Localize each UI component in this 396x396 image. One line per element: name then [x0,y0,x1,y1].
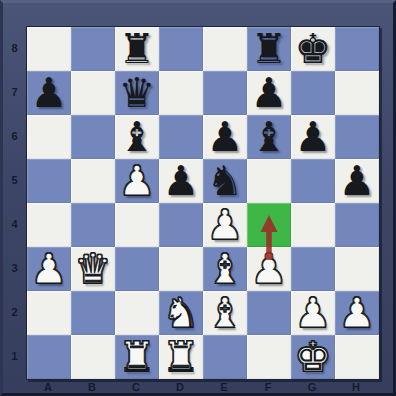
square-f8[interactable]: ♜ [247,27,291,71]
square-a3[interactable]: ♟ [27,247,71,291]
square-h4[interactable] [335,203,379,247]
square-h6[interactable] [335,115,379,159]
square-g2[interactable]: ♟ [291,291,335,335]
rank-label-3: 3 [3,246,26,290]
white-bishop-e2[interactable]: ♝ [207,293,244,334]
white-pawn-c5[interactable]: ♟ [119,161,156,202]
square-h5[interactable]: ♟ [335,159,379,203]
square-c7[interactable]: ♛ [115,71,159,115]
black-bishop-c6[interactable]: ♝ [119,117,156,158]
square-c8[interactable]: ♜ [115,27,159,71]
black-rook-c8[interactable]: ♜ [119,29,156,70]
rank-label-1: 1 [3,334,26,378]
square-e6[interactable]: ♟ [203,115,247,159]
square-f6[interactable]: ♝ [247,115,291,159]
rank-label-5: 5 [3,158,26,202]
white-king-g1[interactable]: ♚ [295,337,332,378]
square-a2[interactable] [27,291,71,335]
square-g5[interactable] [291,159,335,203]
rank-label-7: 7 [3,70,26,114]
square-h7[interactable] [335,71,379,115]
square-b2[interactable] [71,291,115,335]
square-h3[interactable] [335,247,379,291]
white-knight-d2[interactable]: ♞ [163,293,200,334]
square-a6[interactable] [27,115,71,159]
square-a8[interactable] [27,27,71,71]
black-pawn-h5[interactable]: ♟ [339,161,376,202]
square-h1[interactable] [335,335,379,379]
square-c3[interactable] [115,247,159,291]
black-pawn-d5[interactable]: ♟ [163,161,200,202]
square-a1[interactable] [27,335,71,379]
square-c6[interactable]: ♝ [115,115,159,159]
square-f1[interactable] [247,335,291,379]
rank-label-2: 2 [3,290,26,334]
white-rook-d1[interactable]: ♜ [163,337,200,378]
square-g4[interactable] [291,203,335,247]
square-e8[interactable] [203,27,247,71]
white-bishop-e3[interactable]: ♝ [207,249,244,290]
square-c4[interactable] [115,203,159,247]
square-g8[interactable]: ♚ [291,27,335,71]
white-pawn-g2[interactable]: ♟ [295,293,332,334]
black-pawn-f7[interactable]: ♟ [251,73,288,114]
square-d6[interactable] [159,115,203,159]
square-d5[interactable]: ♟ [159,159,203,203]
black-pawn-g6[interactable]: ♟ [295,117,332,158]
black-knight-e5[interactable]: ♞ [207,161,244,202]
white-queen-b3[interactable]: ♛ [75,249,112,290]
square-b4[interactable] [71,203,115,247]
rank-label-8: 8 [3,26,26,70]
black-king-g8[interactable]: ♚ [295,29,332,70]
square-e1[interactable] [203,335,247,379]
square-c2[interactable] [115,291,159,335]
square-f5[interactable] [247,159,291,203]
square-b8[interactable] [71,27,115,71]
square-b1[interactable] [71,335,115,379]
square-g1[interactable]: ♚ [291,335,335,379]
square-d4[interactable] [159,203,203,247]
square-f3[interactable]: ♟ [247,247,291,291]
square-a5[interactable] [27,159,71,203]
square-d1[interactable]: ♜ [159,335,203,379]
square-e3[interactable]: ♝ [203,247,247,291]
square-h8[interactable] [335,27,379,71]
square-b5[interactable] [71,159,115,203]
square-e5[interactable]: ♞ [203,159,247,203]
square-b3[interactable]: ♛ [71,247,115,291]
square-b7[interactable] [71,71,115,115]
rank-label-6: 6 [3,114,26,158]
rank-labels: 87654321 [3,26,26,378]
square-a7[interactable]: ♟ [27,71,71,115]
white-pawn-a3[interactable]: ♟ [31,249,68,290]
square-e4[interactable]: ♟ [203,203,247,247]
black-pawn-a7[interactable]: ♟ [31,73,68,114]
square-c5[interactable]: ♟ [115,159,159,203]
square-g6[interactable]: ♟ [291,115,335,159]
square-f4[interactable] [247,203,291,247]
square-d3[interactable] [159,247,203,291]
square-d2[interactable]: ♞ [159,291,203,335]
square-f2[interactable] [247,291,291,335]
square-d8[interactable] [159,27,203,71]
square-d7[interactable] [159,71,203,115]
square-h2[interactable]: ♟ [335,291,379,335]
white-pawn-h2[interactable]: ♟ [339,293,376,334]
square-e7[interactable] [203,71,247,115]
chess-board: ♜♜♚♟♛♟♝♟♝♟♟♟♞♟♟♟♛♝♟♞♝♟♟♜♜♚ [26,26,380,380]
chess-board-frame: 87654321 ABCDEFGH ♜♜♚♟♛♟♝♟♝♟♟♟♞♟♟♟♛♝♟♞♝♟… [0,0,396,396]
square-f7[interactable]: ♟ [247,71,291,115]
black-bishop-f6[interactable]: ♝ [251,117,288,158]
rank-label-4: 4 [3,202,26,246]
black-rook-f8[interactable]: ♜ [251,29,288,70]
square-g3[interactable] [291,247,335,291]
square-b6[interactable] [71,115,115,159]
square-c1[interactable]: ♜ [115,335,159,379]
black-pawn-e6[interactable]: ♟ [207,117,244,158]
white-rook-c1[interactable]: ♜ [119,337,156,378]
white-pawn-f3[interactable]: ♟ [251,249,288,290]
white-pawn-e4[interactable]: ♟ [207,205,244,246]
black-queen-c7[interactable]: ♛ [119,73,156,114]
square-e2[interactable]: ♝ [203,291,247,335]
square-g7[interactable] [291,71,335,115]
square-a4[interactable] [27,203,71,247]
